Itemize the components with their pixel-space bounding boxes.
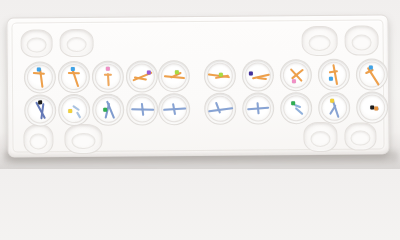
hand-color-dot bbox=[369, 66, 373, 70]
small-well-row-a bbox=[92, 61, 124, 93]
hand-color-dot bbox=[106, 67, 110, 71]
hand-color-dot bbox=[291, 101, 295, 105]
oval-well-recess bbox=[27, 38, 46, 53]
oval-well bbox=[59, 29, 93, 57]
small-well-row-b bbox=[158, 93, 190, 125]
small-well-row-b bbox=[356, 91, 388, 123]
small-well-row-b bbox=[126, 93, 158, 125]
hand-color-dot bbox=[103, 108, 107, 112]
small-well-row-b bbox=[204, 93, 236, 125]
small-well-row-a bbox=[204, 60, 236, 92]
small-well-row-a bbox=[126, 60, 158, 92]
small-well-row-b bbox=[242, 92, 274, 124]
hand-color-dot bbox=[71, 67, 75, 71]
oval-well bbox=[21, 29, 53, 57]
small-well-row-b bbox=[58, 94, 90, 126]
oval-well-recess bbox=[351, 131, 370, 146]
oval-well-recess bbox=[310, 131, 331, 147]
small-well-row-a bbox=[356, 58, 388, 90]
oval-well bbox=[344, 122, 376, 150]
oval-well-recess bbox=[309, 35, 331, 51]
small-well-row-a bbox=[58, 61, 90, 93]
small-well-row-b bbox=[280, 92, 312, 124]
scene bbox=[0, 0, 400, 169]
hand-color-dot bbox=[249, 72, 253, 76]
oval-well-recess bbox=[72, 133, 95, 149]
hand-color-dot bbox=[292, 79, 296, 83]
small-well-row-a bbox=[24, 61, 56, 93]
small-well-row-b bbox=[318, 92, 350, 124]
hand-color-dot bbox=[37, 68, 41, 72]
small-well-row-a bbox=[280, 59, 312, 91]
hand-color-dot bbox=[330, 99, 334, 103]
hand-color-dot bbox=[370, 106, 374, 110]
wells-layer bbox=[7, 15, 387, 18]
hand-color-dot bbox=[219, 73, 223, 77]
hand-color-dot bbox=[68, 109, 72, 113]
small-well-row-a bbox=[318, 59, 350, 91]
hand-color-dot bbox=[147, 71, 151, 75]
tray bbox=[6, 14, 389, 157]
hand-color-dot bbox=[175, 70, 179, 74]
oval-well bbox=[64, 124, 102, 154]
oval-well-recess bbox=[66, 37, 87, 52]
oval-well bbox=[303, 122, 337, 152]
hand-color-dot bbox=[374, 107, 378, 111]
oval-well-recess bbox=[29, 133, 47, 149]
small-well-row-a bbox=[158, 60, 190, 92]
hand-color-dot bbox=[329, 77, 333, 81]
small-well-row-a bbox=[242, 59, 274, 91]
well-rim bbox=[61, 97, 87, 123]
oval-well-recess bbox=[351, 34, 372, 50]
hand-color-dot bbox=[38, 101, 42, 105]
oval-well bbox=[23, 124, 53, 154]
oval-well bbox=[301, 26, 337, 56]
small-well-row-b bbox=[24, 94, 56, 126]
oval-well bbox=[344, 25, 378, 55]
watch-hand bbox=[104, 74, 112, 76]
small-well-row-b bbox=[92, 94, 124, 126]
